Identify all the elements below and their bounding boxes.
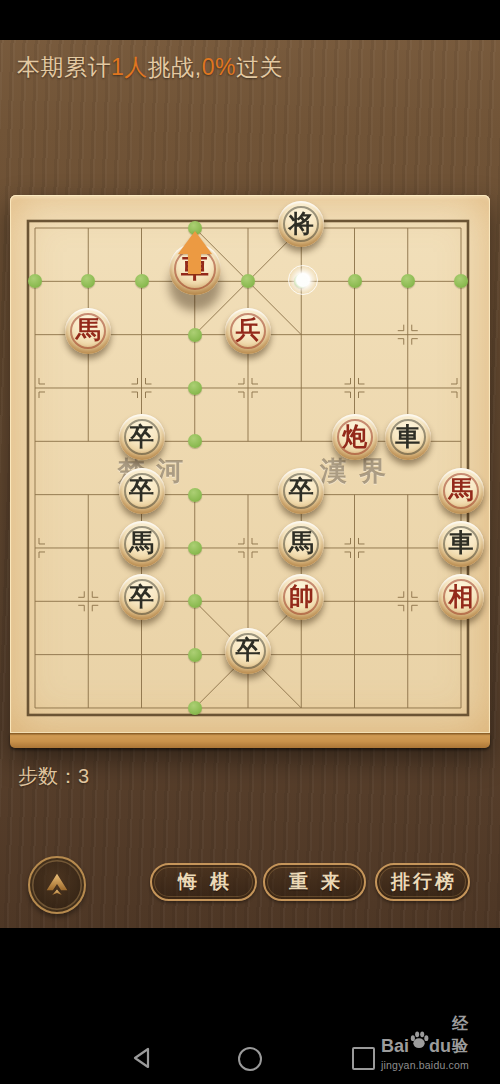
piece-red-炮[interactable]: 炮 [332, 414, 378, 460]
move-hint-dot[interactable] [188, 701, 202, 715]
baidu-jingyan-watermark: Bai du 经验 jingyan.baidu.com [381, 1031, 481, 1071]
piece-black-車[interactable]: 車 [438, 521, 484, 567]
piece-black-馬[interactable]: 馬 [278, 521, 324, 567]
move-hint-dot[interactable] [188, 434, 202, 448]
piece-glyph: 相 [449, 580, 474, 613]
challenge-stats: 本期累计1人挑战,0%过关 [17, 52, 283, 83]
piece-black-卒[interactable]: 卒 [225, 628, 271, 674]
piece-glyph: 車 [395, 420, 420, 453]
restart-button-label: 重来 [289, 869, 353, 895]
piece-glyph: 馬 [76, 313, 101, 346]
move-hint-dot[interactable] [401, 274, 415, 288]
piece-glyph: 卒 [129, 580, 154, 613]
back-button[interactable] [131, 1046, 155, 1074]
back-triangle-icon [131, 1046, 155, 1070]
piece-glyph: 卒 [129, 473, 154, 506]
piece-red-相[interactable]: 相 [438, 574, 484, 620]
move-hint-dot[interactable] [188, 541, 202, 555]
step-counter-value: 3 [78, 765, 89, 787]
baidu-logo-text: du [429, 1035, 451, 1057]
piece-glyph: 馬 [449, 473, 474, 506]
stats-pass-rate: 0% [202, 54, 236, 80]
restart-button[interactable]: 重来 [263, 863, 366, 901]
move-hint-dot[interactable] [188, 648, 202, 662]
step-counter: 步数：3 [18, 763, 89, 790]
paw-icon [408, 1029, 430, 1055]
move-hint-dot[interactable] [188, 328, 202, 342]
stats-text: 挑战, [148, 54, 202, 80]
xiangqi-board[interactable]: 楚河 漢界 将車馬兵卒炮車卒卒馬馬馬車卒帥相卒 [10, 195, 490, 748]
piece-black-卒[interactable]: 卒 [278, 468, 324, 514]
piece-red-兵[interactable]: 兵 [225, 308, 271, 354]
move-hint-dot[interactable] [135, 274, 149, 288]
leaderboard-button[interactable]: 排行榜 [375, 863, 470, 901]
home-button[interactable] [238, 1047, 262, 1071]
piece-black-卒[interactable]: 卒 [119, 468, 165, 514]
expand-panel-button[interactable] [28, 856, 86, 914]
stats-text: 过关 [236, 54, 283, 80]
board-surface[interactable]: 楚河 漢界 将車馬兵卒炮車卒卒馬馬馬車卒帥相卒 [10, 195, 490, 733]
piece-glyph: 将 [289, 207, 314, 240]
move-hint-dot[interactable] [188, 594, 202, 608]
piece-red-馬[interactable]: 馬 [438, 468, 484, 514]
up-chevron-icon [37, 864, 77, 907]
piece-black-将[interactable]: 将 [278, 201, 324, 247]
piece-glyph: 帥 [289, 580, 314, 613]
undo-button-label: 悔棋 [178, 869, 242, 895]
move-hint-dot[interactable] [188, 488, 202, 502]
piece-glyph: 炮 [342, 420, 367, 453]
baidu-logo-cn: 经验 [452, 1013, 481, 1057]
piece-glyph: 卒 [236, 633, 261, 666]
piece-glyph: 馬 [289, 526, 314, 559]
piece-black-卒[interactable]: 卒 [119, 414, 165, 460]
leaderboard-button-label: 排行榜 [391, 869, 457, 895]
piece-red-馬[interactable]: 馬 [65, 308, 111, 354]
recents-button[interactable] [352, 1047, 375, 1070]
piece-black-卒[interactable]: 卒 [119, 574, 165, 620]
piece-glyph: 馬 [129, 526, 154, 559]
move-hint-dot[interactable] [348, 274, 362, 288]
undo-button[interactable]: 悔棋 [150, 863, 257, 901]
baidu-url: jingyan.baidu.com [381, 1059, 481, 1071]
status-bar [0, 0, 500, 40]
app-background: 本期累计1人挑战,0%过关 楚河 漢界 将車馬兵卒炮車卒卒馬馬馬車卒帥相卒 步数… [0, 0, 500, 1084]
stats-challengers: 1人 [111, 54, 148, 80]
piece-black-馬[interactable]: 馬 [119, 521, 165, 567]
hint-arrow-head [178, 231, 212, 254]
piece-glyph: 卒 [129, 420, 154, 453]
move-hint-dot[interactable] [188, 381, 202, 395]
piece-glyph: 車 [449, 526, 474, 559]
board-front-edge [10, 733, 490, 748]
step-counter-label: 步数： [18, 765, 78, 787]
piece-glyph: 兵 [236, 313, 261, 346]
hint-arrow-tail [188, 253, 201, 274]
stats-text: 本期累计 [17, 54, 111, 80]
baidu-logo-text: Bai [381, 1035, 409, 1057]
piece-glyph: 卒 [289, 473, 314, 506]
piece-black-車[interactable]: 車 [385, 414, 431, 460]
